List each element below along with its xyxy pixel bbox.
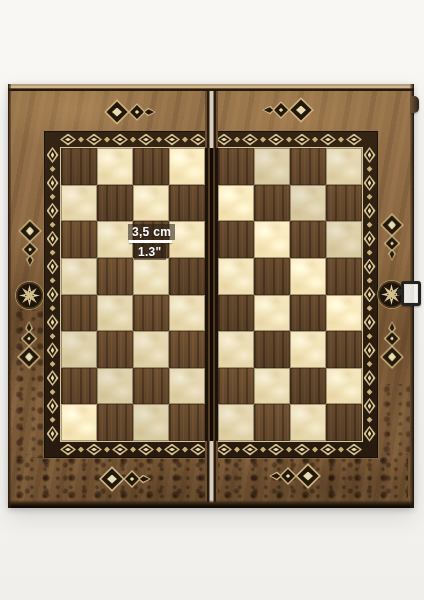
checker-field [61,148,362,441]
square-h6 [326,221,362,258]
kite-inlay-top-right [261,96,315,124]
square-c4 [133,295,169,332]
square-f3 [254,331,290,368]
kite-inlay-right-lower [379,320,405,370]
square-c2 [133,368,169,405]
square-e6 [218,221,254,258]
square-e7 [218,185,254,222]
square-a8 [61,148,97,185]
kite-inlay-bottom-right [268,462,322,490]
metal-clasp [401,281,421,306]
board-right-half [218,148,362,441]
square-h1 [326,404,362,441]
square-c1 [133,404,169,441]
square-g3 [290,331,326,368]
board-edge-left [8,84,11,508]
square-a6 [61,221,97,258]
square-g2 [290,368,326,405]
square-g7 [290,185,326,222]
square-e2 [218,368,254,405]
square-e1 [218,404,254,441]
kite-inlay-left-lower [16,320,42,370]
square-f1 [254,404,290,441]
square-a4 [61,295,97,332]
square-d5 [169,258,205,295]
square-b5 [97,258,133,295]
square-size-imperial-label: 1.3" [134,244,166,260]
square-g1 [290,404,326,441]
diamond-chain-left [46,147,59,442]
square-g6 [290,221,326,258]
compass-star-left [16,282,43,309]
diamond-chain-right [363,147,376,442]
square-e8 [218,148,254,185]
square-f7 [254,185,290,222]
square-g4 [290,295,326,332]
square-c3 [133,331,169,368]
square-b2 [97,368,133,405]
square-f8 [254,148,290,185]
fold-seam-bottom [205,441,218,508]
square-b3 [97,331,133,368]
square-c7 [133,185,169,222]
square-a3 [61,331,97,368]
square-d8 [169,148,205,185]
kite-inlay-top-left [103,98,157,126]
square-a5 [61,258,97,295]
square-a2 [61,368,97,405]
fold-seam-top [205,84,218,148]
square-f4 [254,295,290,332]
product-photo: 3,5 cm 1.3" [0,0,424,600]
square-d3 [169,331,205,368]
kite-inlay-bottom-left [98,465,152,493]
square-h8 [326,148,362,185]
square-f2 [254,368,290,405]
square-b1 [97,404,133,441]
square-g8 [290,148,326,185]
square-h2 [326,368,362,405]
square-g5 [290,258,326,295]
kite-inlay-right-upper [379,212,405,262]
square-h3 [326,331,362,368]
measurement-line [129,240,172,243]
square-size-metric-label: 3,5 cm [128,224,175,240]
square-e4 [218,295,254,332]
square-b8 [97,148,133,185]
square-a7 [61,185,97,222]
square-h4 [326,295,362,332]
square-e5 [218,258,254,295]
square-b7 [97,185,133,222]
burl-knots-right [378,384,410,458]
square-a1 [61,404,97,441]
square-f6 [254,221,290,258]
square-h5 [326,258,362,295]
fold-seam-field [205,148,218,441]
square-d4 [169,295,205,332]
square-f5 [254,258,290,295]
chess-board [8,84,414,508]
square-e3 [218,331,254,368]
square-d7 [169,185,205,222]
square-c5 [133,258,169,295]
square-h7 [326,185,362,222]
kite-inlay-left-upper [17,218,43,268]
hinge-knuckle [411,96,419,113]
board-left-half [61,148,205,441]
square-d2 [169,368,205,405]
square-d1 [169,404,205,441]
square-b4 [97,295,133,332]
square-c8 [133,148,169,185]
